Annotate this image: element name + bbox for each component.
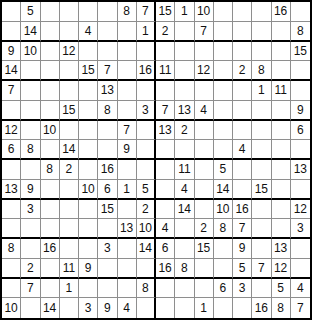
cell-r8c11[interactable] xyxy=(195,140,214,160)
cell-r2c7[interactable] xyxy=(118,22,137,42)
cell-r6c10[interactable]: 13 xyxy=(175,101,194,121)
sudoku-board: 5871511016144127891012151415716111228713… xyxy=(0,0,312,320)
cell-r10c11[interactable] xyxy=(195,180,214,200)
cell-r5c16[interactable] xyxy=(291,81,310,101)
cell-r4c14[interactable]: 8 xyxy=(252,61,271,81)
cell-r4c3[interactable] xyxy=(41,61,60,81)
cell-r7c5[interactable] xyxy=(79,121,98,141)
cell-r13c4[interactable] xyxy=(60,239,79,259)
cell-r2c2[interactable]: 14 xyxy=(21,22,40,42)
cell-r15c2[interactable]: 7 xyxy=(21,279,40,299)
cell-r2c16[interactable]: 8 xyxy=(291,22,310,42)
cell-r13c9[interactable]: 6 xyxy=(156,239,175,259)
cell-r8c4[interactable]: 14 xyxy=(60,140,79,160)
cell-r3c14[interactable] xyxy=(252,42,271,62)
cell-r1c8[interactable]: 7 xyxy=(137,2,156,22)
cell-r4c15[interactable] xyxy=(272,61,291,81)
cell-r4c7[interactable] xyxy=(118,61,137,81)
cell-r10c9[interactable] xyxy=(156,180,175,200)
cell-r4c6[interactable]: 7 xyxy=(98,61,117,81)
cell-r12c12[interactable]: 8 xyxy=(214,219,233,239)
cell-r7c2[interactable] xyxy=(21,121,40,141)
cell-r6c13[interactable] xyxy=(233,101,252,121)
cell-r8c16[interactable] xyxy=(291,140,310,160)
cell-r6c16[interactable]: 9 xyxy=(291,101,310,121)
cell-r1c4[interactable] xyxy=(60,2,79,22)
cell-r11c2[interactable]: 3 xyxy=(21,200,40,220)
cell-r5c7[interactable] xyxy=(118,81,137,101)
cell-r16c2[interactable] xyxy=(21,298,40,318)
cell-r14c12[interactable] xyxy=(214,259,233,279)
cell-r3c7[interactable] xyxy=(118,42,137,62)
cell-r13c2[interactable] xyxy=(21,239,40,259)
cell-r14c1[interactable] xyxy=(2,259,21,279)
cell-r14c16[interactable] xyxy=(291,259,310,279)
cell-r11c6[interactable]: 15 xyxy=(98,200,117,220)
cell-r4c1[interactable]: 14 xyxy=(2,61,21,81)
cell-r2c6[interactable] xyxy=(98,22,117,42)
cell-r15c5[interactable] xyxy=(79,279,98,299)
cell-r5c8[interactable] xyxy=(137,81,156,101)
cell-r8c8[interactable] xyxy=(137,140,156,160)
cell-r7c8[interactable] xyxy=(137,121,156,141)
cell-r3c9[interactable] xyxy=(156,42,175,62)
cell-r10c12[interactable]: 14 xyxy=(214,180,233,200)
cell-r9c7[interactable] xyxy=(118,160,137,180)
cell-r1c7[interactable]: 8 xyxy=(118,2,137,22)
cell-r7c12[interactable] xyxy=(214,121,233,141)
cell-r7c11[interactable] xyxy=(195,121,214,141)
cell-r5c4[interactable] xyxy=(60,81,79,101)
cell-r13c14[interactable] xyxy=(252,239,271,259)
cell-r3c15[interactable] xyxy=(272,42,291,62)
cell-r1c10[interactable]: 1 xyxy=(175,2,194,22)
cell-r3c5[interactable] xyxy=(79,42,98,62)
cell-r5c3[interactable] xyxy=(41,81,60,101)
cell-r7c15[interactable] xyxy=(272,121,291,141)
cell-r12c7[interactable]: 13 xyxy=(118,219,137,239)
cell-r10c7[interactable]: 1 xyxy=(118,180,137,200)
cell-r16c6[interactable]: 9 xyxy=(98,298,117,318)
cell-r16c12[interactable] xyxy=(214,298,233,318)
cell-r16c5[interactable]: 3 xyxy=(79,298,98,318)
cell-r9c9[interactable] xyxy=(156,160,175,180)
cell-r10c13[interactable] xyxy=(233,180,252,200)
cell-r1c2[interactable]: 5 xyxy=(21,2,40,22)
cell-r1c14[interactable] xyxy=(252,2,271,22)
cell-r6c2[interactable] xyxy=(21,101,40,121)
cell-r11c5[interactable] xyxy=(79,200,98,220)
cell-r2c12[interactable] xyxy=(214,22,233,42)
cell-r11c9[interactable] xyxy=(156,200,175,220)
cell-r8c14[interactable] xyxy=(252,140,271,160)
cell-r12c16[interactable]: 3 xyxy=(291,219,310,239)
cell-r9c14[interactable] xyxy=(252,160,271,180)
cell-r1c5[interactable] xyxy=(79,2,98,22)
cell-r7c7[interactable]: 7 xyxy=(118,121,137,141)
cell-r1c1[interactable] xyxy=(2,2,21,22)
cell-r2c10[interactable] xyxy=(175,22,194,42)
cell-r11c3[interactable] xyxy=(41,200,60,220)
cell-r2c8[interactable]: 1 xyxy=(137,22,156,42)
cell-r2c4[interactable] xyxy=(60,22,79,42)
cell-r5c9[interactable] xyxy=(156,81,175,101)
cell-r11c11[interactable] xyxy=(195,200,214,220)
cell-r5c2[interactable] xyxy=(21,81,40,101)
cell-r9c11[interactable] xyxy=(195,160,214,180)
cell-r13c15[interactable]: 13 xyxy=(272,239,291,259)
cell-r12c3[interactable] xyxy=(41,219,60,239)
cell-r4c12[interactable] xyxy=(214,61,233,81)
cell-r2c1[interactable] xyxy=(2,22,21,42)
cell-r5c13[interactable] xyxy=(233,81,252,101)
cell-r3c10[interactable] xyxy=(175,42,194,62)
cell-r12c11[interactable]: 2 xyxy=(195,219,214,239)
cell-r15c1[interactable] xyxy=(2,279,21,299)
cell-r14c13[interactable]: 5 xyxy=(233,259,252,279)
cell-r5c15[interactable]: 11 xyxy=(272,81,291,101)
cell-r6c6[interactable]: 8 xyxy=(98,101,117,121)
cell-r13c16[interactable] xyxy=(291,239,310,259)
cell-r7c16[interactable]: 6 xyxy=(291,121,310,141)
cell-r8c10[interactable] xyxy=(175,140,194,160)
cell-r8c5[interactable] xyxy=(79,140,98,160)
cell-r15c9[interactable] xyxy=(156,279,175,299)
cell-r12c4[interactable] xyxy=(60,219,79,239)
cell-r8c1[interactable]: 6 xyxy=(2,140,21,160)
cell-r3c6[interactable] xyxy=(98,42,117,62)
cell-r9c3[interactable]: 8 xyxy=(41,160,60,180)
cell-r2c13[interactable] xyxy=(233,22,252,42)
cell-r8c3[interactable] xyxy=(41,140,60,160)
cell-r3c1[interactable]: 9 xyxy=(2,42,21,62)
cell-r14c5[interactable]: 9 xyxy=(79,259,98,279)
cell-r8c12[interactable] xyxy=(214,140,233,160)
cell-r12c13[interactable]: 7 xyxy=(233,219,252,239)
cell-r14c15[interactable]: 12 xyxy=(272,259,291,279)
cell-r10c2[interactable]: 9 xyxy=(21,180,40,200)
cell-r7c14[interactable] xyxy=(252,121,271,141)
cell-r8c7[interactable]: 9 xyxy=(118,140,137,160)
cell-r12c14[interactable] xyxy=(252,219,271,239)
cell-r4c4[interactable] xyxy=(60,61,79,81)
cell-r2c15[interactable] xyxy=(272,22,291,42)
cell-r10c14[interactable]: 15 xyxy=(252,180,271,200)
cell-r13c3[interactable]: 16 xyxy=(41,239,60,259)
cell-r3c4[interactable]: 12 xyxy=(60,42,79,62)
cell-r15c16[interactable]: 4 xyxy=(291,279,310,299)
cell-r10c5[interactable]: 10 xyxy=(79,180,98,200)
cell-r3c16[interactable]: 15 xyxy=(291,42,310,62)
cell-r11c15[interactable] xyxy=(272,200,291,220)
cell-r10c4[interactable] xyxy=(60,180,79,200)
cell-r6c5[interactable] xyxy=(79,101,98,121)
cell-r16c16[interactable]: 7 xyxy=(291,298,310,318)
cell-r12c9[interactable]: 4 xyxy=(156,219,175,239)
cell-r6c8[interactable]: 3 xyxy=(137,101,156,121)
cell-r16c14[interactable]: 16 xyxy=(252,298,271,318)
cell-r2c5[interactable]: 4 xyxy=(79,22,98,42)
cell-r11c16[interactable]: 12 xyxy=(291,200,310,220)
cell-r14c8[interactable] xyxy=(137,259,156,279)
cell-r6c12[interactable] xyxy=(214,101,233,121)
cell-r5c6[interactable]: 13 xyxy=(98,81,117,101)
cell-r13c1[interactable]: 8 xyxy=(2,239,21,259)
cell-r12c1[interactable] xyxy=(2,219,21,239)
cell-r1c9[interactable]: 15 xyxy=(156,2,175,22)
cell-r9c16[interactable]: 13 xyxy=(291,160,310,180)
cell-r16c7[interactable]: 4 xyxy=(118,298,137,318)
cell-r16c11[interactable]: 1 xyxy=(195,298,214,318)
cell-r7c1[interactable]: 12 xyxy=(2,121,21,141)
cell-r6c14[interactable] xyxy=(252,101,271,121)
cell-r16c1[interactable]: 10 xyxy=(2,298,21,318)
cell-r4c13[interactable]: 2 xyxy=(233,61,252,81)
cell-r1c15[interactable]: 16 xyxy=(272,2,291,22)
cell-r3c12[interactable] xyxy=(214,42,233,62)
cell-r9c4[interactable]: 2 xyxy=(60,160,79,180)
cell-r9c13[interactable] xyxy=(233,160,252,180)
cell-r13c5[interactable] xyxy=(79,239,98,259)
cell-r11c7[interactable] xyxy=(118,200,137,220)
cell-r9c5[interactable] xyxy=(79,160,98,180)
cell-r5c14[interactable]: 1 xyxy=(252,81,271,101)
cell-r12c5[interactable] xyxy=(79,219,98,239)
cell-r7c10[interactable]: 2 xyxy=(175,121,194,141)
cell-r11c10[interactable]: 14 xyxy=(175,200,194,220)
cell-r11c14[interactable] xyxy=(252,200,271,220)
cell-r14c3[interactable] xyxy=(41,259,60,279)
cell-r16c4[interactable] xyxy=(60,298,79,318)
cell-r4c9[interactable]: 11 xyxy=(156,61,175,81)
cell-r15c7[interactable] xyxy=(118,279,137,299)
cell-r6c1[interactable] xyxy=(2,101,21,121)
cell-r12c6[interactable] xyxy=(98,219,117,239)
cell-r9c6[interactable]: 16 xyxy=(98,160,117,180)
cell-r9c2[interactable] xyxy=(21,160,40,180)
cell-r10c10[interactable]: 4 xyxy=(175,180,194,200)
cell-r4c11[interactable]: 12 xyxy=(195,61,214,81)
cell-r14c14[interactable]: 7 xyxy=(252,259,271,279)
cell-r2c11[interactable]: 7 xyxy=(195,22,214,42)
cell-r16c15[interactable]: 8 xyxy=(272,298,291,318)
cell-r1c16[interactable] xyxy=(291,2,310,22)
cell-r5c10[interactable] xyxy=(175,81,194,101)
cell-r7c9[interactable]: 13 xyxy=(156,121,175,141)
cell-r14c11[interactable] xyxy=(195,259,214,279)
cell-r3c11[interactable] xyxy=(195,42,214,62)
cell-r5c5[interactable] xyxy=(79,81,98,101)
cell-r11c1[interactable] xyxy=(2,200,21,220)
cell-r6c3[interactable] xyxy=(41,101,60,121)
cell-r15c3[interactable] xyxy=(41,279,60,299)
cell-r1c11[interactable]: 10 xyxy=(195,2,214,22)
cell-r2c3[interactable] xyxy=(41,22,60,42)
cell-r14c2[interactable]: 2 xyxy=(21,259,40,279)
cell-r16c3[interactable]: 14 xyxy=(41,298,60,318)
cell-r12c2[interactable] xyxy=(21,219,40,239)
cell-r6c9[interactable]: 7 xyxy=(156,101,175,121)
cell-r16c8[interactable] xyxy=(137,298,156,318)
cell-r5c11[interactable] xyxy=(195,81,214,101)
cell-r1c3[interactable] xyxy=(41,2,60,22)
cell-r14c10[interactable]: 8 xyxy=(175,259,194,279)
cell-r10c1[interactable]: 13 xyxy=(2,180,21,200)
cell-r15c11[interactable] xyxy=(195,279,214,299)
cell-r8c13[interactable]: 4 xyxy=(233,140,252,160)
cell-r1c12[interactable] xyxy=(214,2,233,22)
cell-r13c11[interactable]: 15 xyxy=(195,239,214,259)
cell-r4c2[interactable] xyxy=(21,61,40,81)
cell-r12c15[interactable] xyxy=(272,219,291,239)
cell-r3c3[interactable] xyxy=(41,42,60,62)
cell-r10c16[interactable] xyxy=(291,180,310,200)
cell-r9c10[interactable]: 11 xyxy=(175,160,194,180)
cell-r10c6[interactable]: 6 xyxy=(98,180,117,200)
cell-r15c12[interactable]: 6 xyxy=(214,279,233,299)
cell-r15c6[interactable] xyxy=(98,279,117,299)
cell-r12c10[interactable] xyxy=(175,219,194,239)
cell-r15c13[interactable]: 3 xyxy=(233,279,252,299)
cell-r10c8[interactable]: 5 xyxy=(137,180,156,200)
cell-r15c4[interactable]: 1 xyxy=(60,279,79,299)
cell-r14c7[interactable] xyxy=(118,259,137,279)
cell-r9c15[interactable] xyxy=(272,160,291,180)
cell-r3c8[interactable] xyxy=(137,42,156,62)
cell-r7c6[interactable] xyxy=(98,121,117,141)
cell-r1c6[interactable] xyxy=(98,2,117,22)
cell-r11c13[interactable]: 16 xyxy=(233,200,252,220)
cell-r10c3[interactable] xyxy=(41,180,60,200)
cell-r13c7[interactable] xyxy=(118,239,137,259)
cell-r8c9[interactable] xyxy=(156,140,175,160)
cell-r6c11[interactable]: 4 xyxy=(195,101,214,121)
cell-r4c16[interactable] xyxy=(291,61,310,81)
cell-r16c9[interactable] xyxy=(156,298,175,318)
cell-r16c10[interactable] xyxy=(175,298,194,318)
cell-r9c1[interactable] xyxy=(2,160,21,180)
cell-r8c2[interactable]: 8 xyxy=(21,140,40,160)
cell-r11c8[interactable]: 2 xyxy=(137,200,156,220)
cell-r13c12[interactable] xyxy=(214,239,233,259)
cell-r8c6[interactable] xyxy=(98,140,117,160)
cell-r9c12[interactable]: 5 xyxy=(214,160,233,180)
cell-r11c4[interactable] xyxy=(60,200,79,220)
cell-r4c10[interactable] xyxy=(175,61,194,81)
cell-r16c13[interactable] xyxy=(233,298,252,318)
cell-r15c15[interactable]: 5 xyxy=(272,279,291,299)
cell-r6c7[interactable] xyxy=(118,101,137,121)
cell-r11c12[interactable]: 10 xyxy=(214,200,233,220)
cell-r2c14[interactable] xyxy=(252,22,271,42)
cell-r6c15[interactable] xyxy=(272,101,291,121)
cell-r9c8[interactable] xyxy=(137,160,156,180)
cell-r15c14[interactable] xyxy=(252,279,271,299)
cell-r4c8[interactable]: 16 xyxy=(137,61,156,81)
cell-r14c9[interactable]: 16 xyxy=(156,259,175,279)
cell-r7c4[interactable] xyxy=(60,121,79,141)
cell-r3c2[interactable]: 10 xyxy=(21,42,40,62)
cell-r13c13[interactable]: 9 xyxy=(233,239,252,259)
cell-r7c3[interactable]: 10 xyxy=(41,121,60,141)
cell-r14c4[interactable]: 11 xyxy=(60,259,79,279)
cell-r13c8[interactable]: 14 xyxy=(137,239,156,259)
cell-r5c1[interactable]: 7 xyxy=(2,81,21,101)
cell-r5c12[interactable] xyxy=(214,81,233,101)
cell-r1c13[interactable] xyxy=(233,2,252,22)
cell-r3c13[interactable] xyxy=(233,42,252,62)
cell-r10c15[interactable] xyxy=(272,180,291,200)
cell-r13c6[interactable]: 3 xyxy=(98,239,117,259)
cell-r14c6[interactable] xyxy=(98,259,117,279)
cell-r7c13[interactable] xyxy=(233,121,252,141)
cell-r12c8[interactable]: 10 xyxy=(137,219,156,239)
cell-r6c4[interactable]: 15 xyxy=(60,101,79,121)
cell-r15c8[interactable]: 8 xyxy=(137,279,156,299)
cell-r2c9[interactable]: 2 xyxy=(156,22,175,42)
cell-r15c10[interactable] xyxy=(175,279,194,299)
cell-r8c15[interactable] xyxy=(272,140,291,160)
cell-r4c5[interactable]: 15 xyxy=(79,61,98,81)
cell-r13c10[interactable] xyxy=(175,239,194,259)
